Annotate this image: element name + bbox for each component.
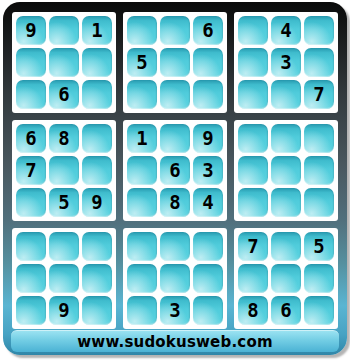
cell-r2c2[interactable] [49, 48, 79, 77]
cell-r1c4[interactable] [127, 16, 157, 45]
cell-r5c8[interactable] [271, 156, 301, 185]
cell-r4c6[interactable]: 9 [193, 124, 223, 153]
cell-r6c6[interactable]: 4 [193, 188, 223, 217]
cell-r2c4[interactable]: 5 [127, 48, 157, 77]
cell-r7c1[interactable] [16, 232, 46, 261]
cell-r6c9[interactable] [304, 188, 334, 217]
footer-url: www.sudokusweb.com [77, 333, 272, 351]
cell-r3c6[interactable] [193, 80, 223, 109]
cell-r6c7[interactable] [238, 188, 268, 217]
cell-r7c7[interactable]: 7 [238, 232, 268, 261]
box-r2c3 [234, 120, 338, 221]
cell-r6c1[interactable] [16, 188, 46, 217]
cell-r1c1[interactable]: 9 [16, 16, 46, 45]
cell-r4c1[interactable]: 6 [16, 124, 46, 153]
box-r1c1: 916 [12, 12, 116, 113]
cell-r7c3[interactable] [82, 232, 112, 261]
cell-r5c4[interactable] [127, 156, 157, 185]
cell-r5c1[interactable]: 7 [16, 156, 46, 185]
cell-r9c9[interactable] [304, 296, 334, 325]
sudoku-grid: 9166543768759196384937586 [12, 12, 338, 329]
cell-r4c7[interactable] [238, 124, 268, 153]
footer-band: www.sudokusweb.com [11, 330, 339, 352]
cell-r1c5[interactable] [160, 16, 190, 45]
cell-r2c9[interactable] [304, 48, 334, 77]
cell-r8c7[interactable] [238, 264, 268, 293]
cell-r4c5[interactable] [160, 124, 190, 153]
box-r1c2: 65 [123, 12, 227, 113]
cell-r4c4[interactable]: 1 [127, 124, 157, 153]
cell-r9c5[interactable]: 3 [160, 296, 190, 325]
cell-r8c8[interactable] [271, 264, 301, 293]
box-r3c3: 7586 [234, 228, 338, 329]
cell-r8c2[interactable] [49, 264, 79, 293]
box-r2c1: 68759 [12, 120, 116, 221]
cell-r3c7[interactable] [238, 80, 268, 109]
cell-r1c8[interactable]: 4 [271, 16, 301, 45]
cell-r9c7[interactable]: 8 [238, 296, 268, 325]
cell-r9c1[interactable] [16, 296, 46, 325]
cell-r9c8[interactable]: 6 [271, 296, 301, 325]
cell-r9c2[interactable]: 9 [49, 296, 79, 325]
cell-r4c8[interactable] [271, 124, 301, 153]
cell-r6c2[interactable]: 5 [49, 188, 79, 217]
cell-r2c8[interactable]: 3 [271, 48, 301, 77]
cell-r8c9[interactable] [304, 264, 334, 293]
cell-r4c9[interactable] [304, 124, 334, 153]
cell-r5c5[interactable]: 6 [160, 156, 190, 185]
cell-r5c3[interactable] [82, 156, 112, 185]
cell-r4c3[interactable] [82, 124, 112, 153]
cell-r6c5[interactable]: 8 [160, 188, 190, 217]
cell-r9c4[interactable] [127, 296, 157, 325]
cell-r3c8[interactable] [271, 80, 301, 109]
box-r3c1: 9 [12, 228, 116, 329]
cell-r3c4[interactable] [127, 80, 157, 109]
cell-r8c3[interactable] [82, 264, 112, 293]
box-r2c2: 196384 [123, 120, 227, 221]
cell-r7c8[interactable] [271, 232, 301, 261]
cell-r3c5[interactable] [160, 80, 190, 109]
cell-r8c6[interactable] [193, 264, 223, 293]
cell-r2c3[interactable] [82, 48, 112, 77]
cell-r5c6[interactable]: 3 [193, 156, 223, 185]
cell-r5c9[interactable] [304, 156, 334, 185]
cell-r7c9[interactable]: 5 [304, 232, 334, 261]
cell-r2c6[interactable] [193, 48, 223, 77]
sudoku-board: 9166543768759196384937586 www.sudokusweb… [3, 2, 347, 355]
cell-r8c4[interactable] [127, 264, 157, 293]
cell-r7c4[interactable] [127, 232, 157, 261]
cell-r6c8[interactable] [271, 188, 301, 217]
cell-r7c6[interactable] [193, 232, 223, 261]
cell-r3c2[interactable]: 6 [49, 80, 79, 109]
cell-r1c3[interactable]: 1 [82, 16, 112, 45]
cell-r8c5[interactable] [160, 264, 190, 293]
cell-r8c1[interactable] [16, 264, 46, 293]
cell-r9c6[interactable] [193, 296, 223, 325]
cell-r3c1[interactable] [16, 80, 46, 109]
cell-r1c6[interactable]: 6 [193, 16, 223, 45]
cell-r1c2[interactable] [49, 16, 79, 45]
cell-r7c5[interactable] [160, 232, 190, 261]
cell-r9c3[interactable] [82, 296, 112, 325]
cell-r2c5[interactable] [160, 48, 190, 77]
cell-r2c1[interactable] [16, 48, 46, 77]
cell-r5c2[interactable] [49, 156, 79, 185]
cell-r1c9[interactable] [304, 16, 334, 45]
cell-r4c2[interactable]: 8 [49, 124, 79, 153]
cell-r7c2[interactable] [49, 232, 79, 261]
box-r1c3: 437 [234, 12, 338, 113]
cell-r6c4[interactable] [127, 188, 157, 217]
box-r3c2: 3 [123, 228, 227, 329]
cell-r5c7[interactable] [238, 156, 268, 185]
cell-r3c3[interactable] [82, 80, 112, 109]
cell-r2c7[interactable] [238, 48, 268, 77]
cell-r1c7[interactable] [238, 16, 268, 45]
cell-r3c9[interactable]: 7 [304, 80, 334, 109]
cell-r6c3[interactable]: 9 [82, 188, 112, 217]
